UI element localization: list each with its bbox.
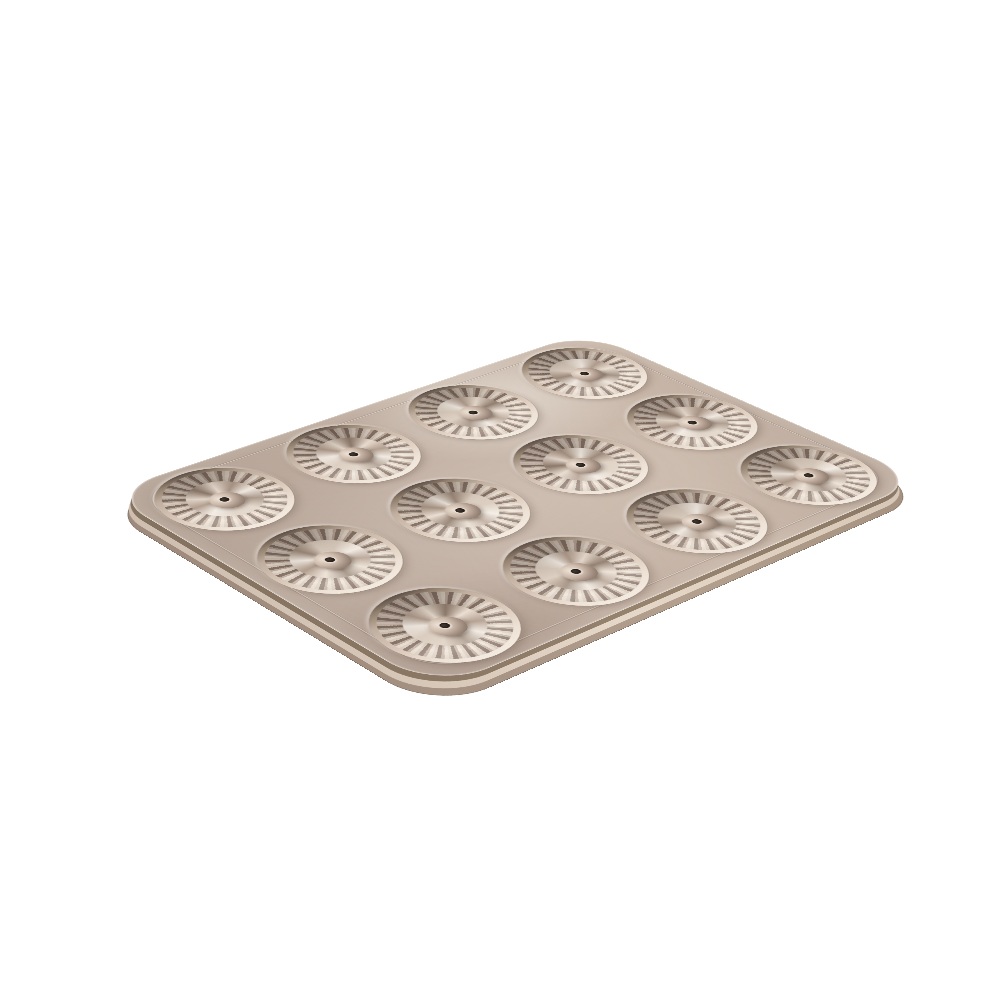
bundt-pan [106, 332, 922, 690]
cavity-vent-hole [572, 461, 589, 468]
pan-top-surface [106, 332, 924, 691]
cavity-vent-hole [567, 567, 586, 576]
cavity-vent-hole [688, 518, 706, 526]
cavity-vent-hole [435, 621, 454, 630]
cavity-vent-hole [320, 556, 338, 565]
product-photo-stage [0, 0, 1000, 1000]
cavity-vent-hole [345, 451, 362, 458]
cavity-vent-hole [451, 507, 469, 515]
cavity-vent-hole [576, 370, 592, 376]
cavity-vent-hole [800, 472, 817, 480]
cavity-vent-hole [465, 409, 481, 416]
cavity-vent-hole [215, 496, 233, 504]
cavity-vent-hole [684, 419, 701, 426]
